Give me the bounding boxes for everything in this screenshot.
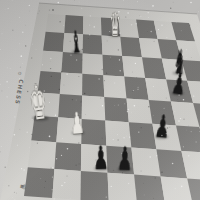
square-d6[interactable] bbox=[103, 55, 125, 77]
square-e3[interactable] bbox=[129, 122, 157, 149]
square-b5[interactable] bbox=[60, 72, 83, 95]
piece-black-pawn-d2[interactable]: ♟ bbox=[117, 140, 133, 178]
square-c8[interactable] bbox=[83, 16, 102, 35]
square-c7[interactable] bbox=[83, 34, 103, 55]
photo-chessboard-scene: CHESS©♛♛♝♞♟♚♟♟♟♟ bbox=[0, 0, 200, 200]
photo-chessboard: CHESS©♛♛♝♞♟♚♟♟♟♟ bbox=[0, 0, 200, 200]
square-d5[interactable] bbox=[103, 75, 126, 98]
border-speck bbox=[52, 9, 54, 11]
square-e4[interactable] bbox=[127, 99, 153, 124]
square-a2[interactable] bbox=[28, 141, 57, 170]
square-c5[interactable] bbox=[82, 74, 104, 97]
piece-white-queen-d8[interactable]: ♛ bbox=[109, 5, 120, 44]
square-c4[interactable] bbox=[82, 96, 106, 121]
square-b1[interactable] bbox=[52, 169, 81, 200]
board-mark-glyph: © bbox=[17, 71, 23, 76]
piece-black-pawn-c2[interactable]: ♟ bbox=[93, 139, 109, 177]
square-e5[interactable] bbox=[124, 77, 148, 101]
square-c6[interactable] bbox=[82, 53, 103, 75]
square-e7[interactable] bbox=[120, 37, 142, 58]
square-e6[interactable] bbox=[122, 56, 145, 78]
square-e2[interactable] bbox=[131, 147, 160, 176]
square-b2[interactable] bbox=[54, 142, 81, 171]
square-a8[interactable] bbox=[46, 14, 66, 33]
square-a6[interactable] bbox=[41, 51, 63, 73]
square-d4[interactable] bbox=[104, 97, 129, 122]
square-e8[interactable] bbox=[119, 19, 140, 38]
square-a7[interactable] bbox=[43, 32, 64, 52]
square-a1[interactable] bbox=[24, 167, 54, 198]
piece-white-pawn-b3[interactable]: ♟ bbox=[69, 105, 86, 141]
square-e1[interactable] bbox=[134, 175, 165, 200]
